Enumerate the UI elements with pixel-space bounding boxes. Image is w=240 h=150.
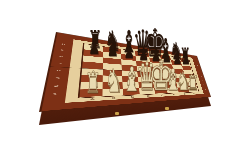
- coordinate-label: 4: [200, 76, 202, 77]
- coordinate-label: 1: [52, 93, 57, 96]
- square-h1: [188, 87, 198, 92]
- coordinate-label: H: [193, 93, 195, 95]
- coordinate-label: 5: [199, 72, 201, 73]
- coordinate-label: 8: [61, 43, 65, 45]
- coordinate-label: G: [183, 93, 186, 95]
- brass-hinge: [165, 107, 169, 110]
- square-b1: [103, 88, 123, 96]
- coordinate-label: E: [161, 94, 164, 96]
- coordinate-label: 3: [55, 77, 60, 80]
- coordinate-label: 8: [195, 61, 197, 62]
- coordinate-label: 4: [56, 69, 61, 72]
- coordinate-label: C: [130, 96, 134, 98]
- coordinate-label: 2: [203, 84, 205, 85]
- coordinate-label: A: [90, 98, 95, 101]
- product-photo: ABCDEFGH 87654321 87654321 ♜♞♝♛♚♝♞♜♟♟♟♟♟…: [0, 0, 240, 150]
- coordinate-label: 1: [204, 88, 206, 89]
- coordinate-label: 2: [54, 85, 59, 88]
- coordinate-label: B: [112, 97, 116, 100]
- coordinate-label: D: [146, 95, 150, 97]
- coordinate-label: 7: [197, 65, 199, 66]
- square-e1: [154, 88, 168, 94]
- coordinate-label: 7: [60, 49, 64, 52]
- coordinate-label: F: [173, 94, 175, 96]
- brass-hinge: [115, 112, 119, 115]
- coordinate-label: 6: [198, 68, 200, 69]
- coordinate-label: 6: [59, 55, 64, 58]
- square-a1: [80, 89, 104, 97]
- coordinate-label: 5: [58, 62, 63, 65]
- square-c1: [122, 88, 139, 95]
- square-d1: [139, 88, 154, 94]
- coordinate-label: 3: [202, 80, 204, 81]
